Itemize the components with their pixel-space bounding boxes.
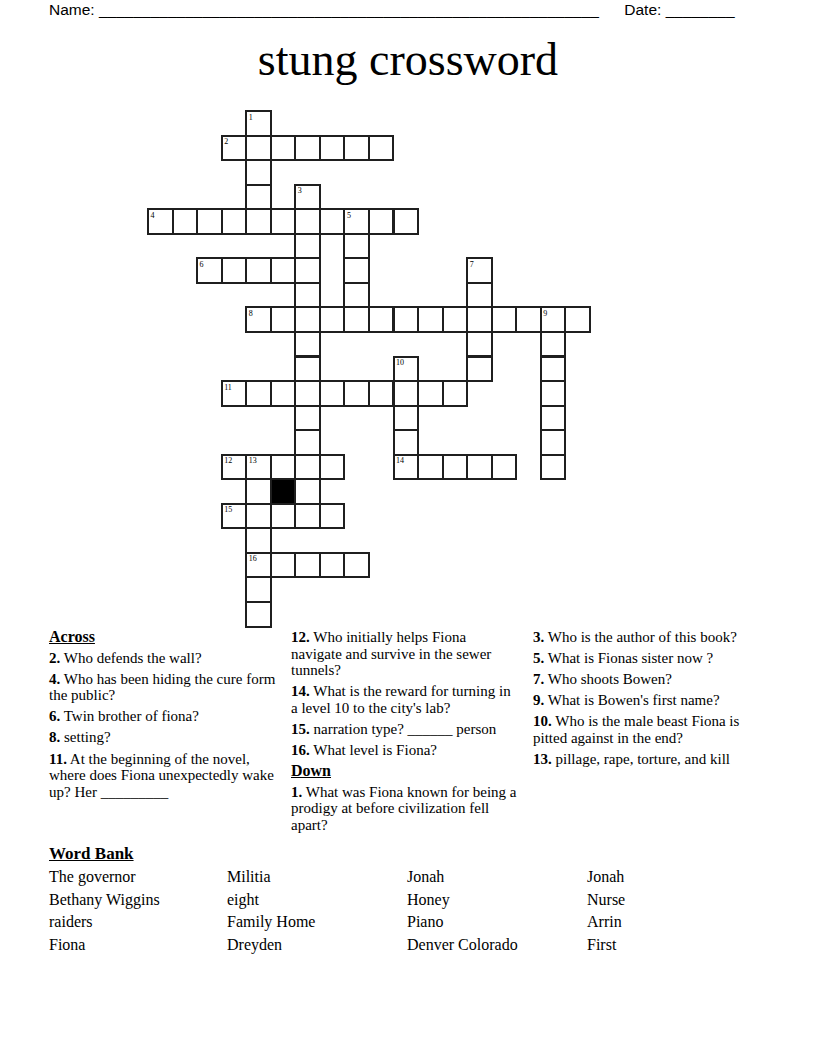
clue-3: 3. Who is the author of this book? — [533, 629, 771, 646]
cell-number: 16 — [249, 554, 257, 563]
cell-number: 11 — [224, 383, 232, 392]
grid-cell[interactable] — [442, 306, 469, 333]
clue-number: 11. — [49, 751, 67, 767]
grid-cell[interactable] — [540, 405, 567, 432]
grid-cell[interactable] — [343, 135, 370, 162]
grid-cell[interactable] — [294, 306, 321, 333]
grid-cell[interactable] — [221, 257, 248, 284]
grid-cell[interactable] — [270, 380, 297, 407]
clues-column-2: 12. Who initially helps Fiona navigate a… — [291, 629, 519, 838]
cell-number: 15 — [224, 505, 232, 514]
clue-6: 6. Twin brother of fiona? — [49, 708, 281, 725]
grid-cell[interactable] — [221, 208, 248, 235]
grid-cell[interactable] — [245, 601, 272, 628]
grid-cell[interactable] — [245, 257, 272, 284]
grid-cell[interactable] — [245, 503, 272, 530]
word-bank-column-4: JonahNurseArrinFirst — [587, 866, 625, 956]
across-heading: Across — [49, 629, 281, 646]
word-bank-entry: Family Home — [227, 911, 315, 934]
clue-number: 15. — [291, 721, 310, 737]
grid-cell[interactable] — [343, 552, 370, 579]
grid-cell[interactable] — [368, 208, 395, 235]
crossword-grid: 12345678910141112131615 — [0, 0, 816, 660]
grid-cell[interactable] — [442, 380, 469, 407]
cell-number: 13 — [249, 456, 257, 465]
clue-number: 6. — [49, 708, 60, 724]
grid-cell[interactable] — [393, 208, 420, 235]
grid-cell[interactable] — [172, 208, 199, 235]
grid-cell[interactable] — [491, 306, 518, 333]
grid-cell[interactable] — [368, 380, 395, 407]
cell-number: 5 — [347, 211, 351, 220]
grid-cell[interactable]: 6 — [196, 257, 223, 284]
cell-number: 12 — [224, 456, 232, 465]
clue-number: 10. — [533, 713, 552, 729]
grid-cell[interactable] — [393, 380, 420, 407]
grid-cell[interactable] — [393, 306, 420, 333]
clue-number: 4. — [49, 671, 60, 687]
grid-cell[interactable] — [294, 282, 321, 309]
grid-cell[interactable] — [417, 306, 444, 333]
grid-cell[interactable] — [245, 159, 272, 186]
clue-number: 7. — [533, 671, 544, 687]
grid-cell[interactable] — [466, 356, 493, 383]
grid-cell[interactable]: 14 — [393, 454, 420, 481]
clue-5: 5. What is Fionas sister now ? — [533, 650, 771, 667]
grid-cell[interactable] — [319, 208, 346, 235]
clue-number: 9. — [533, 692, 544, 708]
cell-number: 1 — [249, 113, 253, 122]
grid-cell[interactable] — [393, 405, 420, 432]
clue-number: 16. — [291, 742, 310, 758]
grid-cell[interactable] — [270, 135, 297, 162]
word-bank-entry: First — [587, 934, 625, 957]
clue-number: 14. — [291, 683, 310, 699]
grid-cell[interactable]: 1 — [245, 110, 272, 137]
grid-cell[interactable]: 10 — [393, 356, 420, 383]
grid-cell[interactable] — [540, 356, 567, 383]
clue-4: 4. Who has been hiding the cure form the… — [49, 671, 281, 704]
grid-cell[interactable]: 16 — [245, 552, 272, 579]
word-bank-entry: Fiona — [49, 934, 160, 957]
clue-9: 9. What is Bowen's first name? — [533, 692, 771, 709]
grid-cell[interactable]: 13 — [245, 454, 272, 481]
grid-cell[interactable] — [294, 135, 321, 162]
grid-cell[interactable] — [245, 184, 272, 211]
grid-cell[interactable] — [270, 208, 297, 235]
grid-cell[interactable]: 8 — [245, 306, 272, 333]
word-bank-entry: raiders — [49, 911, 160, 934]
word-bank-column-3: JonahHoneyPianoDenver Colorado — [407, 866, 518, 956]
clue-7: 7. Who shoots Bowen? — [533, 671, 771, 688]
word-bank-entry: Honey — [407, 889, 518, 912]
word-bank-entry: Denver Colorado — [407, 934, 518, 957]
grid-cell[interactable] — [319, 552, 346, 579]
grid-cell[interactable] — [442, 454, 469, 481]
grid-cell[interactable] — [294, 478, 321, 505]
grid-cell[interactable] — [294, 429, 321, 456]
word-bank-entry: Jonah — [407, 866, 518, 889]
grid-cell[interactable] — [466, 454, 493, 481]
grid-cell[interactable] — [196, 208, 223, 235]
down-heading: Down — [291, 763, 519, 780]
grid-cell[interactable]: 4 — [147, 208, 174, 235]
grid-cell[interactable] — [417, 380, 444, 407]
grid-cell[interactable] — [294, 552, 321, 579]
grid-cell[interactable]: 15 — [221, 503, 248, 530]
cell-number: 10 — [396, 358, 404, 367]
grid-cell[interactable] — [245, 208, 272, 235]
grid-cell[interactable] — [294, 356, 321, 383]
grid-cell[interactable] — [294, 208, 321, 235]
grid-cell[interactable] — [319, 380, 346, 407]
word-bank-heading: Word Bank — [49, 844, 134, 864]
clue-8: 8. setting? — [49, 729, 281, 746]
clue-11: 11. At the beginning of the novel, where… — [49, 751, 281, 801]
grid-cell[interactable] — [294, 257, 321, 284]
grid-cell[interactable] — [245, 527, 272, 554]
grid-cell[interactable] — [417, 454, 444, 481]
grid-cell[interactable] — [294, 503, 321, 530]
grid-cell[interactable]: 12 — [221, 454, 248, 481]
word-bank-column-2: MilitiaeightFamily HomeDreyden — [227, 866, 315, 956]
grid-cell[interactable] — [270, 552, 297, 579]
clue-14: 14. What is the reward for turning in a … — [291, 683, 519, 716]
grid-cell[interactable] — [540, 429, 567, 456]
cell-number: 14 — [396, 456, 404, 465]
clue-1: 1. What was Fiona known for being a prod… — [291, 784, 519, 834]
clue-number: 1. — [291, 784, 302, 800]
grid-cell[interactable] — [270, 454, 297, 481]
cell-number: 4 — [151, 211, 155, 220]
word-bank-entry: Arrin — [587, 911, 625, 934]
grid-cell[interactable] — [245, 135, 272, 162]
grid-cell[interactable] — [319, 454, 346, 481]
clue-number: 2. — [49, 650, 60, 666]
clue-16: 16. What level is Fiona? — [291, 742, 519, 759]
clue-number: 3. — [533, 629, 544, 645]
grid-cell[interactable] — [540, 331, 567, 358]
grid-cell[interactable]: 5 — [343, 208, 370, 235]
clues-column-3: 3. Who is the author of this book?5. Wha… — [533, 629, 771, 772]
word-bank-entry: Dreyden — [227, 934, 315, 957]
grid-cell[interactable] — [270, 306, 297, 333]
grid-cell[interactable] — [466, 282, 493, 309]
grid-cell[interactable] — [368, 135, 395, 162]
cell-number: 7 — [470, 260, 474, 269]
grid-cell[interactable] — [294, 454, 321, 481]
cell-number: 2 — [224, 137, 228, 146]
clue-2: 2. Who defends the wall? — [49, 650, 281, 667]
word-bank-entry: Jonah — [587, 866, 625, 889]
grid-cell[interactable] — [393, 429, 420, 456]
word-bank-entry: Nurse — [587, 889, 625, 912]
grid-cell[interactable]: 2 — [221, 135, 248, 162]
clue-13: 13. pillage, rape, torture, and kill — [533, 751, 771, 768]
grid-cell[interactable] — [319, 503, 346, 530]
grid-cell[interactable] — [343, 257, 370, 284]
grid-cell[interactable] — [343, 282, 370, 309]
grid-cell[interactable] — [245, 576, 272, 603]
word-bank-entry: eight — [227, 889, 315, 912]
clue-15: 15. narration type? ______ person — [291, 721, 519, 738]
cell-number: 3 — [298, 186, 302, 195]
grid-cell[interactable] — [368, 306, 395, 333]
grid-cell[interactable] — [270, 257, 297, 284]
word-bank-entry: Militia — [227, 866, 315, 889]
cell-number: 8 — [249, 309, 253, 318]
grid-cell[interactable]: 7 — [466, 257, 493, 284]
grid-cell[interactable] — [319, 306, 346, 333]
grid-cell[interactable] — [294, 405, 321, 432]
grid-cell[interactable] — [245, 380, 272, 407]
grid-cell[interactable] — [343, 306, 370, 333]
clue-12: 12. Who initially helps Fiona navigate a… — [291, 629, 519, 679]
grid-cell[interactable] — [294, 233, 321, 260]
word-bank-entry: The governor — [49, 866, 160, 889]
worksheet-page: Name: __________________________________… — [0, 0, 816, 1056]
grid-cell[interactable] — [343, 380, 370, 407]
clues-column-1: Across2. Who defends the wall?4. Who has… — [49, 629, 281, 805]
grid-cell[interactable]: 9 — [540, 306, 567, 333]
grid-cell[interactable] — [294, 380, 321, 407]
grid-cell[interactable] — [270, 503, 297, 530]
grid-cell[interactable] — [319, 135, 346, 162]
grid-cell[interactable] — [540, 454, 567, 481]
cell-number: 9 — [543, 309, 547, 318]
word-bank-entry: Piano — [407, 911, 518, 934]
clue-number: 8. — [49, 729, 60, 745]
grid-cell[interactable] — [343, 233, 370, 260]
grid-cell[interactable]: 11 — [221, 380, 248, 407]
clue-10: 10. Who is the male beast Fiona is pitte… — [533, 713, 771, 746]
word-bank-column-1: The governorBethany WigginsraidersFiona — [49, 866, 160, 956]
grid-cell[interactable] — [491, 454, 518, 481]
cell-number: 6 — [200, 260, 204, 269]
clue-number: 12. — [291, 629, 310, 645]
clue-number: 13. — [533, 751, 552, 767]
grid-cell[interactable] — [245, 478, 272, 505]
grid-cell[interactable] — [466, 306, 493, 333]
grid-cell[interactable]: 3 — [294, 184, 321, 211]
grid-cell[interactable] — [540, 380, 567, 407]
black-cell — [270, 478, 297, 505]
grid-cell[interactable] — [564, 306, 591, 333]
word-bank-entry: Bethany Wiggins — [49, 889, 160, 912]
clue-number: 5. — [533, 650, 544, 666]
grid-cell[interactable] — [466, 331, 493, 358]
grid-cell[interactable] — [515, 306, 542, 333]
grid-cell[interactable] — [294, 331, 321, 358]
